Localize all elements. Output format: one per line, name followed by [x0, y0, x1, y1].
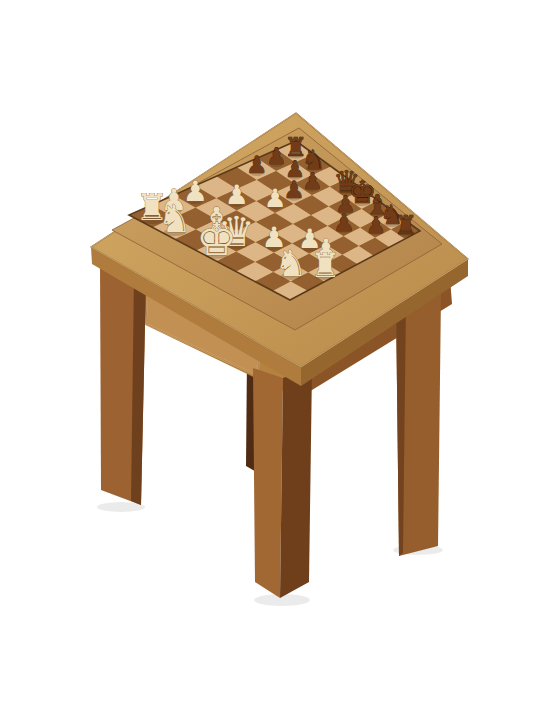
piece-black-rook-h8: ♜ [394, 210, 417, 240]
piece-white-rook-h3: ♜ [310, 246, 340, 285]
piece-black-pawn-a6: ♟ [246, 151, 268, 179]
piece-white-knight-g2: ♞ [275, 242, 308, 285]
piece-white-king-d1: ♚ [196, 213, 237, 266]
table-leg-middle [253, 368, 283, 598]
piece-black-pawn-c7: ♟ [302, 168, 322, 194]
piece-black-pawn-a7: ♟ [266, 143, 286, 169]
product-photo: ♜♞♛♚♝♞♜♟♟♟♟♟♟♟♟♟♟♟♟♟♟♜♟♝♛♞♜♞♚ [0, 0, 540, 720]
chess-table-photo: ♜♞♛♚♝♞♜♟♟♟♟♟♟♟♟♟♟♟♟♟♟♜♟♝♛♞♜♞♚ [0, 0, 540, 720]
piece-white-pawn-c5: ♟ [264, 184, 287, 213]
piece-white-knight-b1: ♞ [157, 196, 191, 241]
table-leg-middle-shade [280, 368, 312, 598]
piece-black-pawn-g7: ♟ [366, 212, 386, 238]
